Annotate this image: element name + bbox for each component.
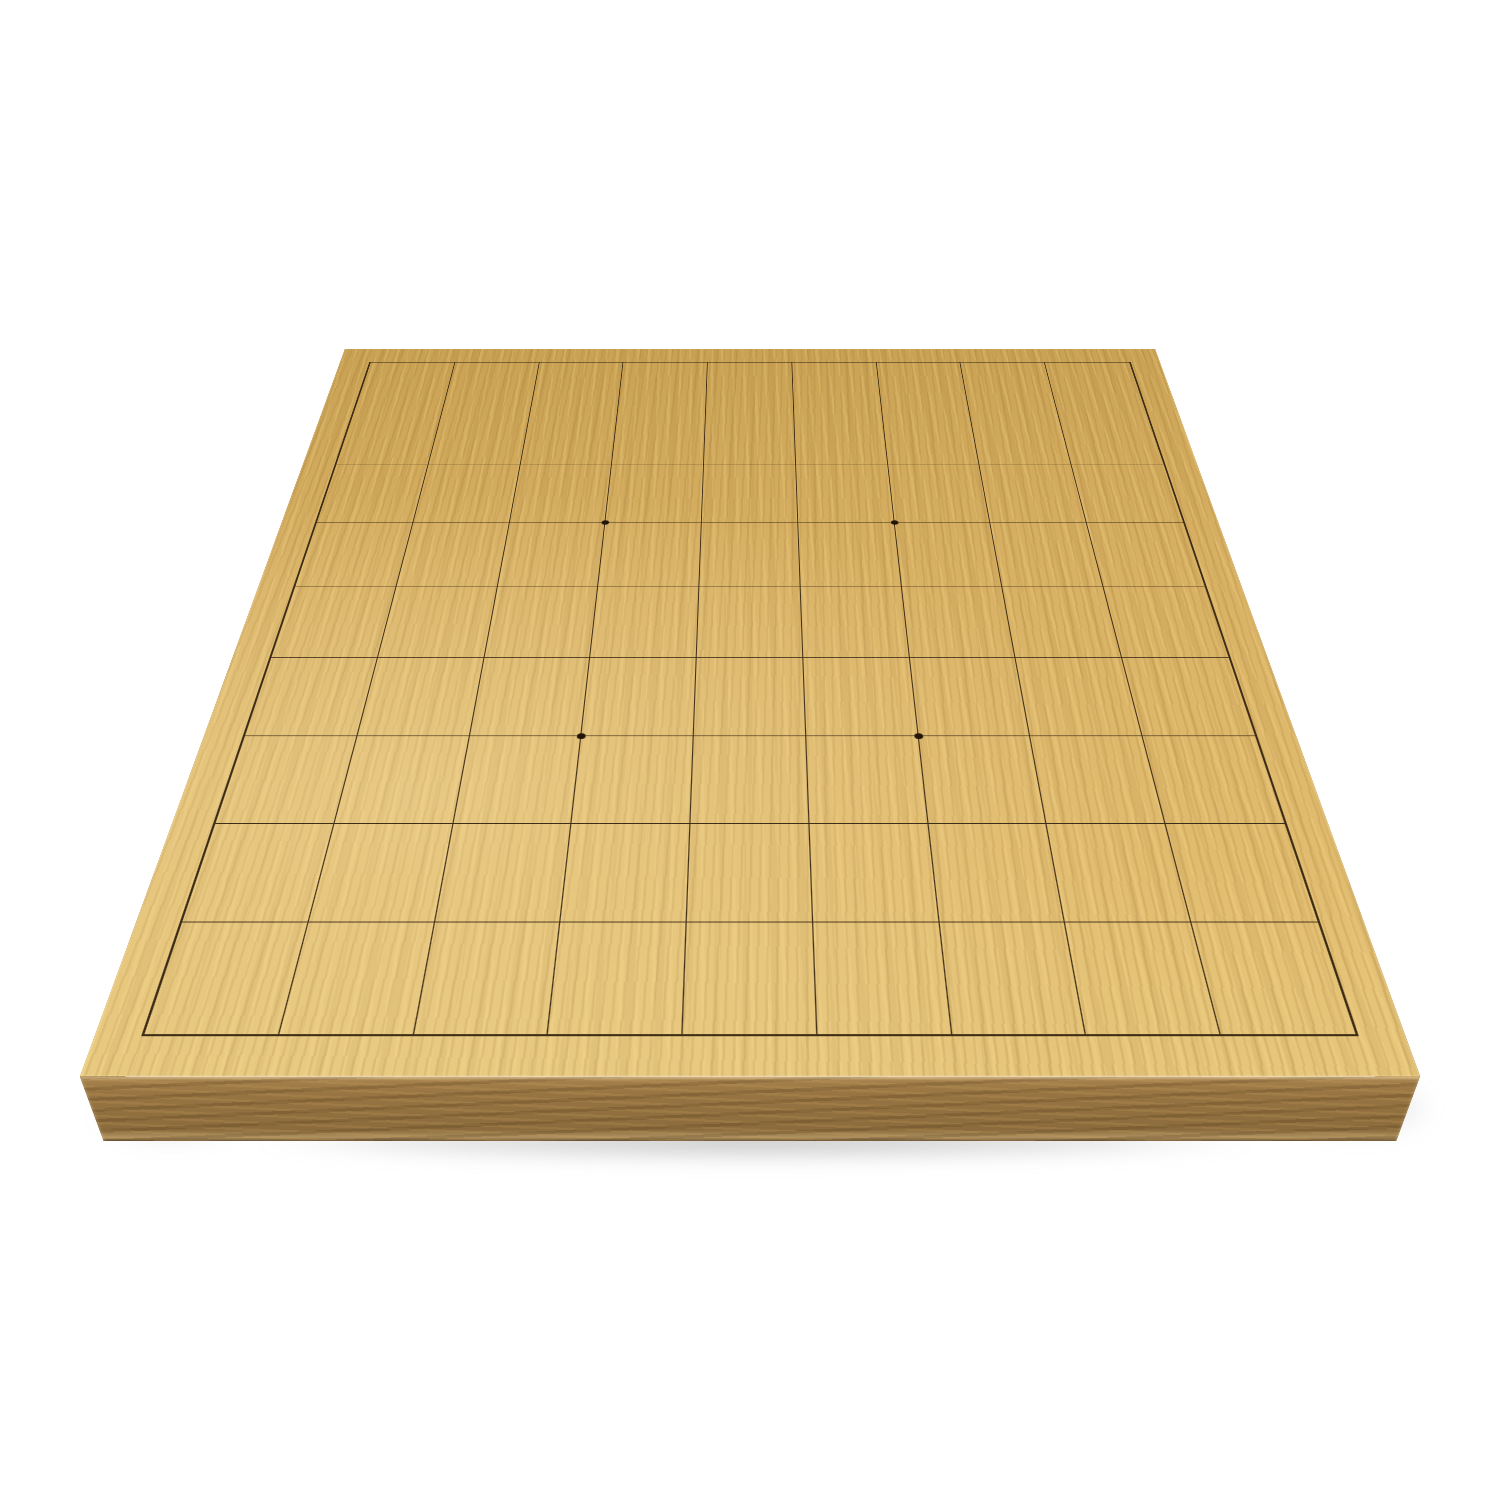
board-square — [530, 363, 623, 412]
board-square — [336, 411, 442, 464]
board-square — [378, 587, 498, 658]
board-square — [970, 411, 1072, 464]
board-square — [582, 657, 697, 736]
board-square — [1031, 736, 1166, 824]
board-square — [590, 587, 699, 658]
board-square — [245, 657, 378, 736]
board-square — [876, 363, 969, 412]
board-square — [484, 587, 598, 658]
board-square — [699, 523, 800, 587]
board-square — [308, 824, 453, 923]
board-square — [809, 824, 939, 923]
board-square — [1065, 922, 1220, 1034]
board-square — [414, 922, 561, 1034]
star-point — [890, 521, 898, 525]
board-square — [561, 824, 691, 923]
board-square — [1072, 464, 1184, 522]
board-square — [702, 464, 798, 522]
board-square — [548, 922, 687, 1034]
board-square — [1016, 657, 1143, 736]
board-square — [469, 657, 590, 736]
board-square — [1143, 736, 1285, 824]
board-square — [801, 587, 910, 658]
board-square — [357, 657, 484, 736]
board-square — [1122, 657, 1255, 736]
board-square — [939, 922, 1086, 1034]
board-square — [428, 411, 530, 464]
board-square — [910, 657, 1031, 736]
board-square — [794, 411, 888, 464]
board-square — [1047, 824, 1192, 923]
board-square — [598, 523, 701, 587]
board-square — [497, 523, 605, 587]
board-square — [618, 363, 708, 412]
board-front-edge — [80, 1076, 1420, 1141]
board-square — [704, 411, 796, 464]
board-square — [792, 363, 882, 412]
board-square — [928, 824, 1065, 923]
board-square — [334, 736, 469, 824]
board-square — [918, 736, 1047, 824]
board-square — [144, 922, 308, 1034]
board-square — [396, 523, 509, 587]
board-square — [798, 523, 901, 587]
board-square — [961, 363, 1058, 412]
board-top-surface — [80, 349, 1420, 1077]
board-square — [215, 736, 357, 824]
board-square — [687, 824, 813, 923]
board-square — [902, 587, 1016, 658]
board-square — [520, 411, 618, 464]
board-square — [694, 657, 806, 736]
board-square — [295, 523, 413, 587]
board-square — [413, 464, 520, 522]
board-square — [182, 824, 334, 923]
board-square — [442, 363, 539, 412]
board-square — [813, 922, 952, 1034]
board-square — [606, 464, 704, 522]
board-square — [796, 464, 894, 522]
board-square — [572, 736, 694, 824]
board-square — [509, 464, 612, 522]
star-point — [914, 733, 923, 739]
board-square — [888, 464, 991, 522]
board-square — [1087, 523, 1205, 587]
board-square — [683, 922, 818, 1034]
board-square — [894, 523, 1002, 587]
board-square — [435, 824, 572, 923]
board-square — [1045, 363, 1146, 412]
board-square — [806, 736, 928, 824]
board-square — [1192, 922, 1356, 1034]
board-square — [1058, 411, 1164, 464]
shogi-board — [80, 349, 1420, 1077]
board-square — [279, 922, 434, 1034]
board-square — [803, 657, 918, 736]
board-square — [1104, 587, 1229, 658]
star-point — [577, 733, 586, 739]
board-square — [317, 464, 429, 522]
board-square — [453, 736, 582, 824]
board-square — [980, 464, 1087, 522]
board-square — [1166, 824, 1318, 923]
board-square — [354, 363, 455, 412]
board-square — [991, 523, 1104, 587]
board-square — [1003, 587, 1123, 658]
shogi-board-photo — [0, 0, 1500, 1500]
board-square — [882, 411, 980, 464]
board-square — [691, 736, 810, 824]
board-grid — [141, 362, 1359, 1036]
board-square — [697, 587, 803, 658]
board-square — [612, 411, 706, 464]
board-square — [271, 587, 396, 658]
board-square — [706, 363, 794, 412]
